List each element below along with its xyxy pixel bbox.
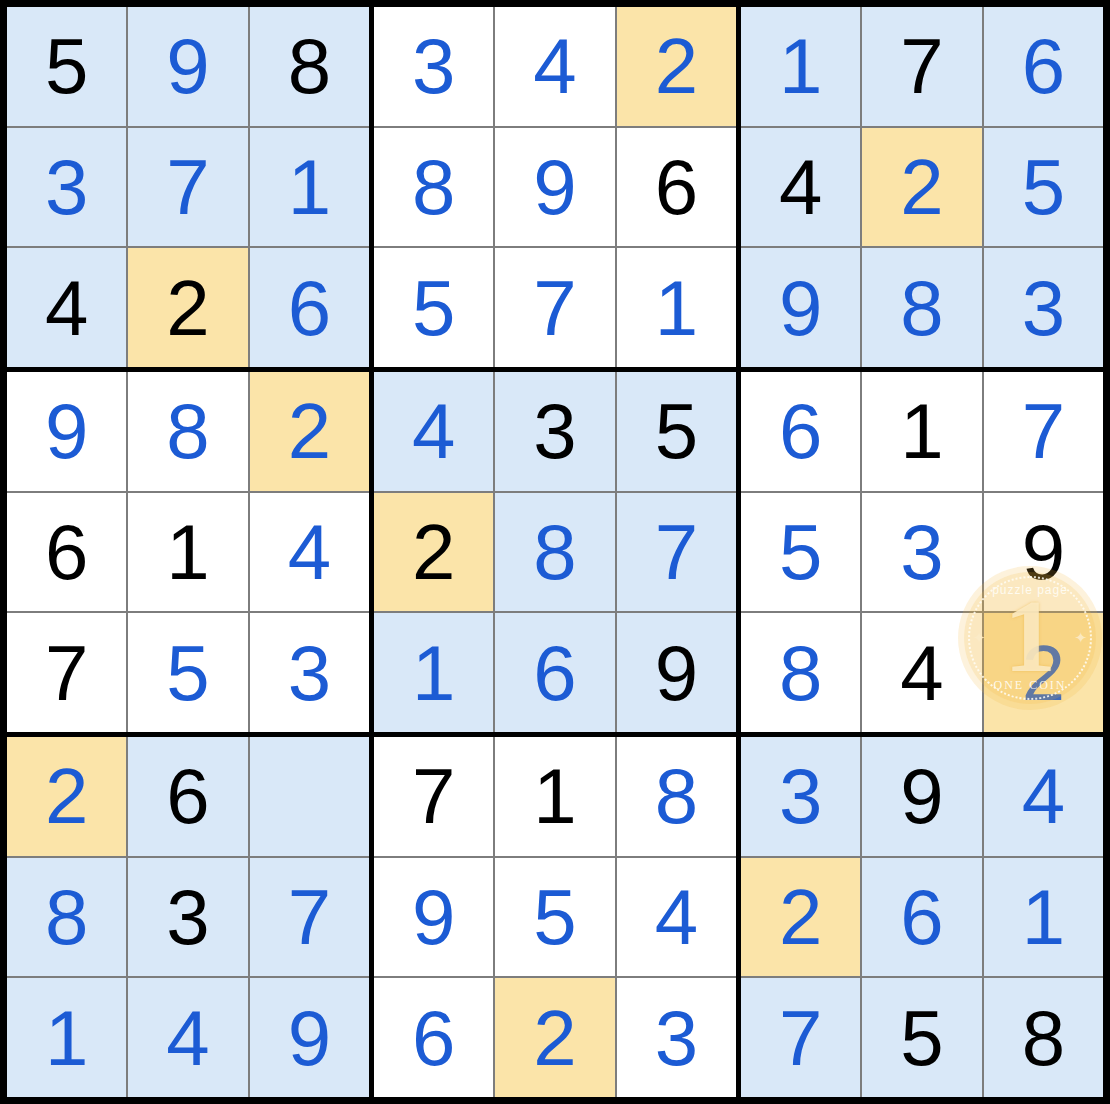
cell-r1c5[interactable]: 4 [495, 7, 614, 126]
cell-r3c7[interactable]: 9 [741, 248, 860, 367]
cell-r1c9[interactable]: 6 [984, 7, 1103, 126]
cell-r8c4[interactable]: 9 [374, 858, 493, 977]
cell-r5c6[interactable]: 7 [617, 493, 736, 612]
box-2: 342896571 [374, 7, 736, 367]
cell-r3c5[interactable]: 7 [495, 248, 614, 367]
cell-r7c1[interactable]: 2 [7, 737, 126, 856]
cell-r6c2[interactable]: 5 [128, 613, 247, 732]
cell-r4c3[interactable]: 2 [250, 372, 369, 491]
cell-r9c2[interactable]: 4 [128, 978, 247, 1097]
cell-r6c1[interactable]: 7 [7, 613, 126, 732]
box-1: 598371426 [7, 7, 369, 367]
cell-r4c6[interactable]: 5 [617, 372, 736, 491]
cell-r9c1[interactable]: 1 [7, 978, 126, 1097]
cell-r4c1[interactable]: 9 [7, 372, 126, 491]
cell-r1c1[interactable]: 5 [7, 7, 126, 126]
cell-r5c7[interactable]: 5 [741, 493, 860, 612]
cell-r3c9[interactable]: 3 [984, 248, 1103, 367]
cell-r9c8[interactable]: 5 [862, 978, 981, 1097]
cell-r3c8[interactable]: 8 [862, 248, 981, 367]
cell-r9c4[interactable]: 6 [374, 978, 493, 1097]
cell-r6c6[interactable]: 9 [617, 613, 736, 732]
box-6: 617539842 [741, 372, 1103, 732]
cell-r5c5[interactable]: 8 [495, 493, 614, 612]
cell-r6c7[interactable]: 8 [741, 613, 860, 732]
cell-r8c5[interactable]: 5 [495, 858, 614, 977]
cell-r6c5[interactable]: 6 [495, 613, 614, 732]
cell-r9c7[interactable]: 7 [741, 978, 860, 1097]
cell-r1c6[interactable]: 2 [617, 7, 736, 126]
cell-r7c7[interactable]: 3 [741, 737, 860, 856]
cell-r2c5[interactable]: 9 [495, 128, 614, 247]
cell-r8c3[interactable]: 7 [250, 858, 369, 977]
cell-r3c6[interactable]: 1 [617, 248, 736, 367]
cell-r5c1[interactable]: 6 [7, 493, 126, 612]
box-9: 394261758 [741, 737, 1103, 1097]
cell-r1c3[interactable]: 8 [250, 7, 369, 126]
cell-r7c2[interactable]: 6 [128, 737, 247, 856]
cell-r3c2[interactable]: 2 [128, 248, 247, 367]
cell-r3c1[interactable]: 4 [7, 248, 126, 367]
cell-r2c1[interactable]: 3 [7, 128, 126, 247]
cell-r9c9[interactable]: 8 [984, 978, 1103, 1097]
cell-r8c8[interactable]: 6 [862, 858, 981, 977]
box-5: 435287169 [374, 372, 736, 732]
cell-r6c8[interactable]: 4 [862, 613, 981, 732]
cell-r9c3[interactable]: 9 [250, 978, 369, 1097]
cell-r5c2[interactable]: 1 [128, 493, 247, 612]
sudoku-board: 598371426 342896571 176425983 982614753 … [0, 0, 1110, 1104]
cell-r8c1[interactable]: 8 [7, 858, 126, 977]
cell-r1c7[interactable]: 1 [741, 7, 860, 126]
cell-r4c4[interactable]: 4 [374, 372, 493, 491]
cell-r8c6[interactable]: 4 [617, 858, 736, 977]
cell-r2c7[interactable]: 4 [741, 128, 860, 247]
cell-r2c9[interactable]: 5 [984, 128, 1103, 247]
cell-r7c5[interactable]: 1 [495, 737, 614, 856]
cell-r2c8[interactable]: 2 [862, 128, 981, 247]
cell-r5c8[interactable]: 3 [862, 493, 981, 612]
cell-r2c2[interactable]: 7 [128, 128, 247, 247]
cell-r3c4[interactable]: 5 [374, 248, 493, 367]
cell-r7c6[interactable]: 8 [617, 737, 736, 856]
cell-r8c9[interactable]: 1 [984, 858, 1103, 977]
cell-r2c4[interactable]: 8 [374, 128, 493, 247]
cell-r5c3[interactable]: 4 [250, 493, 369, 612]
cell-r4c7[interactable]: 6 [741, 372, 860, 491]
cell-r4c9[interactable]: 7 [984, 372, 1103, 491]
box-7: 26837149 [7, 737, 369, 1097]
cell-r5c4[interactable]: 2 [374, 493, 493, 612]
box-3: 176425983 [741, 7, 1103, 367]
cell-r7c3[interactable] [250, 737, 369, 856]
cell-r4c8[interactable]: 1 [862, 372, 981, 491]
cell-r1c8[interactable]: 7 [862, 7, 981, 126]
cell-r4c2[interactable]: 8 [128, 372, 247, 491]
cell-r8c7[interactable]: 2 [741, 858, 860, 977]
cell-r1c4[interactable]: 3 [374, 7, 493, 126]
cell-r2c6[interactable]: 6 [617, 128, 736, 247]
cell-r1c2[interactable]: 9 [128, 7, 247, 126]
cell-r9c6[interactable]: 3 [617, 978, 736, 1097]
cell-r7c8[interactable]: 9 [862, 737, 981, 856]
cell-r6c9[interactable]: 2 [984, 613, 1103, 732]
cell-r2c3[interactable]: 1 [250, 128, 369, 247]
cell-r8c2[interactable]: 3 [128, 858, 247, 977]
cell-r4c5[interactable]: 3 [495, 372, 614, 491]
cell-r5c9[interactable]: 9 [984, 493, 1103, 612]
box-8: 718954623 [374, 737, 736, 1097]
cell-r3c3[interactable]: 6 [250, 248, 369, 367]
cell-r6c4[interactable]: 1 [374, 613, 493, 732]
box-4: 982614753 [7, 372, 369, 732]
cell-r6c3[interactable]: 3 [250, 613, 369, 732]
cell-r7c9[interactable]: 4 [984, 737, 1103, 856]
cell-r7c4[interactable]: 7 [374, 737, 493, 856]
cell-r9c5[interactable]: 2 [495, 978, 614, 1097]
